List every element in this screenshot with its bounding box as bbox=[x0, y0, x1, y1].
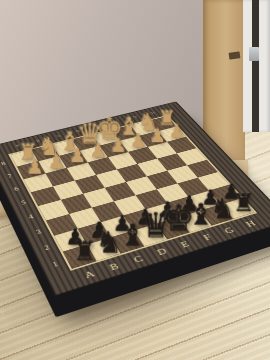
door-hinge-icon bbox=[249, 47, 259, 61]
piece-black-rook-a1: ♜ bbox=[61, 239, 107, 265]
room-photo: ♜♞♝♛♚♝♞♜♟♟♟♟♟♟♟♟♟♟♟♟♟♟♟♟♜♞♝♛♚♝♞♜ ABCDEFG… bbox=[0, 0, 270, 360]
piece-white-pawn-a7: ♟ bbox=[15, 157, 55, 177]
